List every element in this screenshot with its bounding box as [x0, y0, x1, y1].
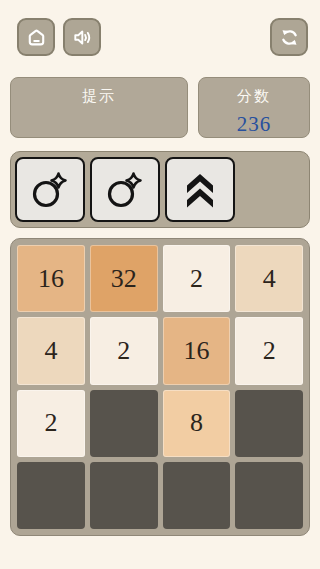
- home-icon: [25, 26, 48, 49]
- blocked-cell: [235, 390, 303, 457]
- info-row: 提示 分数 236: [10, 77, 310, 138]
- hint-button[interactable]: 提示: [10, 77, 188, 138]
- powerup-bomb-button-2[interactable]: [90, 157, 160, 222]
- tile-4: 4: [235, 245, 303, 312]
- blocked-cell: [235, 462, 303, 529]
- score-panel: 分数 236: [198, 77, 310, 138]
- tile-16: 16: [17, 245, 85, 312]
- score-value: 236: [199, 112, 309, 137]
- powerup-upgrade-button[interactable]: [165, 157, 235, 222]
- double-chevron-up-icon: [180, 169, 220, 211]
- bomb-icon: [27, 168, 73, 212]
- tile-8: 8: [163, 390, 231, 457]
- blocked-cell: [90, 462, 158, 529]
- tile-16: 16: [163, 317, 231, 384]
- speaker-on-icon: [71, 26, 94, 49]
- tile-2: 2: [17, 390, 85, 457]
- restart-button[interactable]: [270, 18, 308, 56]
- refresh-icon: [278, 26, 301, 49]
- tile-32: 32: [90, 245, 158, 312]
- blocked-cell: [90, 390, 158, 457]
- bomb-icon: [102, 168, 148, 212]
- game-board[interactable]: 1632244216228: [10, 238, 310, 536]
- blocked-cell: [163, 462, 231, 529]
- tile-2: 2: [235, 317, 303, 384]
- sound-button[interactable]: [63, 18, 101, 56]
- score-label: 分数: [199, 86, 309, 105]
- tile-2: 2: [90, 317, 158, 384]
- tile-2: 2: [163, 245, 231, 312]
- home-button[interactable]: [17, 18, 55, 56]
- top-bar: [0, 0, 320, 56]
- hint-label: 提示: [11, 86, 187, 105]
- tile-4: 4: [17, 317, 85, 384]
- powerup-bar: [10, 151, 310, 228]
- blocked-cell: [17, 462, 85, 529]
- powerup-bomb-button-1[interactable]: [15, 157, 85, 222]
